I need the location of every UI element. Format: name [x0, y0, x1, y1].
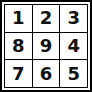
cell-r1c1: 9	[33, 33, 60, 60]
cell-r2c1: 6	[33, 60, 60, 87]
cell-r1c2: 4	[60, 33, 87, 60]
cell-r2c0: 7	[5, 60, 32, 87]
cell-r0c2: 3	[60, 5, 87, 32]
number-grid: 1 2 3 8 9 4 7 6 5	[4, 4, 88, 88]
cell-r0c1: 2	[33, 5, 60, 32]
cell-r2c2: 5	[60, 60, 87, 87]
cell-r1c0: 8	[5, 33, 32, 60]
cell-r0c0: 1	[5, 5, 32, 32]
board-frame: 1 2 3 8 9 4 7 6 5	[0, 0, 92, 92]
